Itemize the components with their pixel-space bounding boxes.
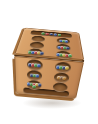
bead-green (58, 34, 61, 37)
bead-green (32, 85, 36, 88)
bead-yellow (65, 66, 69, 70)
bead-red (45, 33, 49, 35)
mancala-board (10, 12, 88, 108)
pit-L5[interactable] (27, 70, 42, 81)
bead-blue (35, 74, 39, 78)
bead-blue (64, 40, 68, 43)
bead-navy (66, 47, 70, 50)
bead-green (41, 32, 45, 34)
near-pit-grid (15, 57, 83, 91)
bead-blue (54, 33, 57, 35)
photo-caption: Overhead angled product photo of an open… (0, 0, 1, 1)
pit-R5[interactable] (53, 72, 69, 83)
bead-blue (37, 64, 41, 68)
bead-green (67, 54, 71, 57)
product-photo: Overhead angled product photo of an open… (0, 0, 98, 124)
board-half-near (14, 56, 84, 99)
bead-navy (37, 83, 41, 86)
bead-amber (62, 76, 66, 80)
pit-R4[interactable] (54, 61, 71, 73)
bead-navy (50, 33, 53, 35)
pit-L4[interactable] (27, 59, 43, 71)
bead-navy (39, 51, 43, 54)
